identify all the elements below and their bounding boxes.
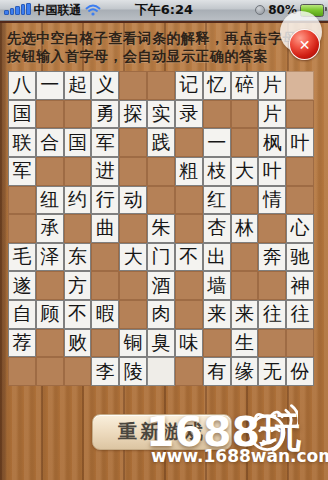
cell-r2c6[interactable]: 实 [147,100,175,129]
cell-r7c6[interactable]: 门 [147,243,175,272]
cell-r11c7 [175,357,203,386]
cell-r1c10[interactable]: 片 [258,71,286,100]
cell-r3c8[interactable]: 一 [203,128,231,157]
cell-r7c7[interactable]: 不 [175,243,203,272]
cell-r1c8[interactable]: 忆 [203,71,231,100]
cell-r10c10 [258,329,286,358]
cell-r9c11[interactable]: 往 [286,300,314,329]
cell-r2c11 [286,100,314,129]
cell-r11c5[interactable]: 陵 [119,357,147,386]
cell-r8c6[interactable]: 酒 [147,271,175,300]
cell-r1c7[interactable]: 记 [175,71,203,100]
cell-r3c2[interactable]: 合 [36,128,64,157]
cell-r10c1[interactable]: 荐 [8,329,36,358]
cell-r11c3 [64,357,92,386]
cell-r11c2 [36,357,64,386]
cell-r8c7 [175,271,203,300]
cell-r7c11[interactable]: 驰 [286,243,314,272]
cell-r9c9[interactable]: 来 [231,300,259,329]
cell-r6c2[interactable]: 承 [36,214,64,243]
cell-r5c2[interactable]: 纽 [36,186,64,215]
cell-r8c3[interactable]: 方 [64,271,92,300]
cell-r4c1[interactable]: 军 [8,157,36,186]
cell-r2c8 [203,100,231,129]
cell-r11c11[interactable]: 份 [286,357,314,386]
cell-r6c6[interactable]: 朱 [147,214,175,243]
cell-r9c8[interactable]: 来 [203,300,231,329]
cell-r10c3[interactable]: 败 [64,329,92,358]
cell-r4c11 [286,157,314,186]
cell-r3c9 [231,128,259,157]
cell-r8c8[interactable]: 墙 [203,271,231,300]
cell-r6c4[interactable]: 曲 [91,214,119,243]
cell-r10c8 [203,329,231,358]
rotation-lock-icon [255,5,265,15]
cell-r6c8[interactable]: 杏 [203,214,231,243]
cell-r7c4 [91,243,119,272]
cell-r10c2 [36,329,64,358]
close-button[interactable]: ✕ [289,29,320,60]
cell-r6c10 [258,214,286,243]
cell-r7c1[interactable]: 毛 [8,243,36,272]
cell-r7c9 [231,243,259,272]
crossword-board: 八一起义记忆碎片国勇探实录片联合国军践一枫叶军进粗枝大叶纽约行动红情承曲朱杏林心… [8,71,314,386]
cell-r6c5 [119,214,147,243]
cell-r4c9[interactable]: 大 [231,157,259,186]
cell-r5c5[interactable]: 动 [119,186,147,215]
cell-r5c6 [147,186,175,215]
cell-r1c4[interactable]: 义 [91,71,119,100]
cell-r9c3[interactable]: 不 [64,300,92,329]
cell-r10c6[interactable]: 臭 [147,329,175,358]
cell-r9c2[interactable]: 顾 [36,300,64,329]
cell-r1c5 [119,71,147,100]
instruction-banner: 先选中空白格子查看词条的解释，再点击字母 按钮输入首字母，会自动显示正确的答案 [0,21,328,71]
cell-r8c4 [91,271,119,300]
cell-r10c11 [286,329,314,358]
cell-r7c10[interactable]: 奔 [258,243,286,272]
cell-r11c10[interactable]: 无 [258,357,286,386]
cell-r9c5 [119,300,147,329]
cell-r7c3[interactable]: 东 [64,243,92,272]
cell-r3c3[interactable]: 国 [64,128,92,157]
cell-r10c5[interactable]: 铜 [119,329,147,358]
watermark-url: www.1688wan.com [151,446,328,466]
cell-r1c2[interactable]: 一 [36,71,64,100]
close-icon: ✕ [299,37,311,53]
cell-r2c2 [36,100,64,129]
cell-r9c6[interactable]: 肉 [147,300,175,329]
cell-r9c4[interactable]: 暇 [91,300,119,329]
cell-r6c3 [64,214,92,243]
cell-r5c7 [175,186,203,215]
cell-r7c5[interactable]: 大 [119,243,147,272]
cell-r11c6[interactable] [147,357,175,386]
cell-r5c11 [286,186,314,215]
cell-r7c2[interactable]: 泽 [36,243,64,272]
cell-r11c4[interactable]: 李 [91,357,119,386]
cell-r4c8[interactable]: 枝 [203,157,231,186]
cell-r6c7 [175,214,203,243]
cell-r3c4[interactable]: 军 [91,128,119,157]
cell-r5c8[interactable]: 红 [203,186,231,215]
cell-r5c10[interactable]: 情 [258,186,286,215]
cell-r6c11[interactable]: 心 [286,214,314,243]
cell-r4c7[interactable]: 粗 [175,157,203,186]
cell-r3c6[interactable]: 践 [147,128,175,157]
cell-r3c1[interactable]: 联 [8,128,36,157]
cell-r5c3[interactable]: 约 [64,186,92,215]
cell-r2c7[interactable]: 录 [175,100,203,129]
cell-r2c5[interactable]: 探 [119,100,147,129]
cell-r4c6 [147,157,175,186]
cell-r9c10[interactable]: 往 [258,300,286,329]
cell-r2c4[interactable]: 勇 [91,100,119,129]
cell-r8c11[interactable]: 神 [286,271,314,300]
cell-r10c4 [91,329,119,358]
cell-r6c1 [8,214,36,243]
cell-r3c5 [119,128,147,157]
cell-r2c3 [64,100,92,129]
cell-r1c3[interactable]: 起 [64,71,92,100]
instruction-line-2: 按钮输入首字母，会自动显示正确的答案 [7,47,328,65]
cell-r5c1 [8,186,36,215]
cell-r11c8[interactable]: 有 [203,357,231,386]
cell-r7c8[interactable]: 出 [203,243,231,272]
cell-r4c5 [119,157,147,186]
cell-r8c10 [258,271,286,300]
cell-r9c1[interactable]: 自 [8,300,36,329]
cell-r1c1[interactable]: 八 [8,71,36,100]
cell-r8c2 [36,271,64,300]
cell-r10c7[interactable]: 味 [175,329,203,358]
cell-r4c2 [36,157,64,186]
cell-r1c11[interactable] [286,71,314,100]
cell-r1c6 [147,71,175,100]
pig-mascot-icon [242,401,298,457]
cell-r2c1[interactable]: 国 [8,100,36,129]
cell-r3c7 [175,128,203,157]
cell-r2c9 [231,100,259,129]
cell-r5c4[interactable]: 行 [91,186,119,215]
cell-r4c4[interactable]: 进 [91,157,119,186]
cell-r9c7 [175,300,203,329]
cell-r3c10[interactable]: 枫 [258,128,286,157]
cell-r8c9 [231,271,259,300]
cell-r4c10[interactable]: 叶 [258,157,286,186]
cell-r8c5 [119,271,147,300]
cell-r10c9[interactable]: 生 [231,329,259,358]
status-bar: 中国联通 下午6:24 80% [0,0,328,21]
cell-r2c10[interactable]: 片 [258,100,286,129]
cell-r1c9[interactable]: 碎 [231,71,259,100]
cell-r6c9[interactable]: 林 [231,214,259,243]
cell-r4c3 [64,157,92,186]
cell-r11c1 [8,357,36,386]
cell-r5c9 [231,186,259,215]
cell-r11c9[interactable]: 缘 [231,357,259,386]
cell-r8c1[interactable]: 遂 [8,271,36,300]
cell-r3c11[interactable]: 叶 [286,128,314,157]
